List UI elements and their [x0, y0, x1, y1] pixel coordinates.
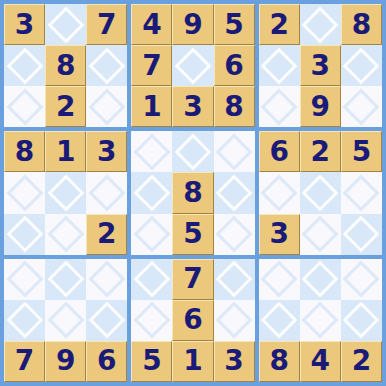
cell-value: 2	[311, 138, 330, 166]
cell-r9c1[interactable]: 7	[4, 341, 45, 382]
cell-r8c9[interactable]	[341, 300, 382, 341]
cell-r7c6[interactable]	[214, 259, 255, 300]
diamond-icon	[175, 47, 212, 84]
cell-value: 2	[97, 220, 116, 248]
cell-r6c8[interactable]	[300, 214, 341, 255]
cell-value: 2	[352, 347, 371, 375]
cell-value: 9	[311, 93, 330, 121]
cell-r2c8[interactable]: 3	[300, 45, 341, 86]
cell-r5c6[interactable]	[214, 172, 255, 213]
diamond-icon	[133, 216, 170, 253]
diamond-icon	[216, 216, 253, 253]
cell-r6c4[interactable]	[131, 214, 172, 255]
cell-value: 1	[56, 138, 75, 166]
diamond-icon	[302, 302, 339, 339]
cell-r8c8[interactable]	[300, 300, 341, 341]
cell-r6c2[interactable]	[45, 214, 86, 255]
cell-r1c9[interactable]: 8	[341, 4, 382, 45]
sudoku-board: 3749528876321389813625825376796513842	[0, 0, 386, 386]
cell-value: 1	[183, 347, 202, 375]
cell-r3c2[interactable]: 2	[45, 86, 86, 127]
cell-value: 7	[183, 265, 202, 293]
cell-value: 8	[56, 52, 75, 80]
diamond-icon	[302, 216, 339, 253]
diamond-icon	[302, 261, 339, 298]
cell-value: 9	[56, 347, 75, 375]
cell-r4c6[interactable]	[214, 131, 255, 172]
cell-value: 1	[142, 93, 161, 121]
diamond-icon	[47, 175, 84, 212]
cell-r2c2[interactable]: 8	[45, 45, 86, 86]
diamond-icon	[302, 175, 339, 212]
diamond-icon	[88, 302, 125, 339]
cell-r2c4[interactable]: 7	[131, 45, 172, 86]
cell-r4c1[interactable]: 8	[4, 131, 45, 172]
diamond-icon	[88, 175, 125, 212]
diamond-icon	[47, 302, 84, 339]
cell-r3c1[interactable]	[4, 86, 45, 127]
cell-r2c7[interactable]	[259, 45, 300, 86]
diamond-icon	[216, 133, 253, 170]
diamond-icon	[216, 261, 253, 298]
cell-value: 8	[352, 11, 371, 39]
diamond-icon	[343, 261, 380, 298]
diamond-icon	[88, 261, 125, 298]
diamond-icon	[6, 175, 43, 212]
cell-value: 6	[224, 52, 243, 80]
cell-r7c1[interactable]	[4, 259, 45, 300]
cell-r8c1[interactable]	[4, 300, 45, 341]
cell-r9c7[interactable]: 8	[259, 341, 300, 382]
cell-value: 3	[15, 11, 34, 39]
cell-value: 5	[183, 220, 202, 248]
cell-r9c3[interactable]: 6	[86, 341, 127, 382]
cell-r4c3[interactable]: 3	[86, 131, 127, 172]
cell-r2c1[interactable]	[4, 45, 45, 86]
cell-r2c5[interactable]	[172, 45, 213, 86]
cell-value: 6	[97, 347, 116, 375]
diamond-icon	[133, 175, 170, 212]
diamond-icon	[261, 261, 298, 298]
diamond-icon	[216, 175, 253, 212]
cell-r2c9[interactable]	[341, 45, 382, 86]
cell-r5c9[interactable]	[341, 172, 382, 213]
cell-r1c1[interactable]: 3	[4, 4, 45, 45]
cell-r1c8[interactable]	[300, 4, 341, 45]
cell-value: 2	[56, 93, 75, 121]
cell-r1c3[interactable]: 7	[86, 4, 127, 45]
cell-value: 3	[97, 138, 116, 166]
cell-r1c5[interactable]: 9	[172, 4, 213, 45]
diamond-icon	[6, 88, 43, 125]
cell-value: 5	[352, 138, 371, 166]
diamond-icon	[47, 6, 84, 43]
cell-value: 4	[142, 11, 161, 39]
cell-value: 8	[15, 138, 34, 166]
cell-r3c9[interactable]	[341, 86, 382, 127]
cell-r9c6[interactable]: 3	[214, 341, 255, 382]
cell-r8c5[interactable]: 6	[172, 300, 213, 341]
cell-r5c2[interactable]	[45, 172, 86, 213]
cell-r4c9[interactable]: 5	[341, 131, 382, 172]
cell-value: 5	[224, 11, 243, 39]
diamond-icon	[6, 47, 43, 84]
cell-r9c4[interactable]: 5	[131, 341, 172, 382]
diamond-icon	[343, 216, 380, 253]
cell-r9c2[interactable]: 9	[45, 341, 86, 382]
cell-r1c6[interactable]: 5	[214, 4, 255, 45]
cell-value: 8	[224, 93, 243, 121]
cell-r7c5[interactable]: 7	[172, 259, 213, 300]
cell-r1c2[interactable]	[45, 4, 86, 45]
diamond-icon	[47, 261, 84, 298]
cell-r7c2[interactable]	[45, 259, 86, 300]
cell-r3c4[interactable]: 1	[131, 86, 172, 127]
cell-r2c6[interactable]: 6	[214, 45, 255, 86]
diamond-icon	[175, 133, 212, 170]
cell-value: 3	[311, 52, 330, 80]
cell-r8c4[interactable]	[131, 300, 172, 341]
cell-r5c4[interactable]	[131, 172, 172, 213]
diamond-icon	[343, 47, 380, 84]
diamond-icon	[6, 302, 43, 339]
cell-r8c2[interactable]	[45, 300, 86, 341]
cell-value: 7	[15, 347, 34, 375]
diamond-icon	[343, 302, 380, 339]
cell-r8c7[interactable]	[259, 300, 300, 341]
cell-r3c3[interactable]	[86, 86, 127, 127]
cell-value: 4	[311, 347, 330, 375]
diamond-icon	[133, 261, 170, 298]
cell-r7c9[interactable]	[341, 259, 382, 300]
cell-r8c3[interactable]	[86, 300, 127, 341]
cell-value: 6	[183, 306, 202, 334]
cell-value: 3	[269, 220, 288, 248]
diamond-icon	[47, 216, 84, 253]
cell-value: 9	[183, 11, 202, 39]
cell-r3c6[interactable]: 8	[214, 86, 255, 127]
cell-r5c7[interactable]	[259, 172, 300, 213]
diamond-icon	[6, 216, 43, 253]
cell-r1c7[interactable]: 2	[259, 4, 300, 45]
diamond-icon	[343, 175, 380, 212]
cell-value: 2	[269, 11, 288, 39]
cell-r6c9[interactable]	[341, 214, 382, 255]
cell-r2c3[interactable]	[86, 45, 127, 86]
cell-r5c5[interactable]: 8	[172, 172, 213, 213]
cell-r9c5[interactable]: 1	[172, 341, 213, 382]
cell-r7c8[interactable]	[300, 259, 341, 300]
cell-value: 8	[269, 347, 288, 375]
cell-r5c1[interactable]	[4, 172, 45, 213]
cell-r5c3[interactable]	[86, 172, 127, 213]
cell-r7c3[interactable]	[86, 259, 127, 300]
cell-value: 3	[224, 347, 243, 375]
cell-r8c6[interactable]	[214, 300, 255, 341]
cell-r6c5[interactable]: 5	[172, 214, 213, 255]
cell-r6c7[interactable]: 3	[259, 214, 300, 255]
diamond-icon	[6, 261, 43, 298]
diamond-icon	[261, 302, 298, 339]
cell-r4c4[interactable]	[131, 131, 172, 172]
cell-r3c5[interactable]: 3	[172, 86, 213, 127]
cell-r4c7[interactable]: 6	[259, 131, 300, 172]
diamond-icon	[133, 133, 170, 170]
cell-r3c8[interactable]: 9	[300, 86, 341, 127]
diamond-icon	[261, 47, 298, 84]
diamond-icon	[88, 47, 125, 84]
diamond-icon	[261, 88, 298, 125]
cell-r4c5[interactable]	[172, 131, 213, 172]
cell-value: 7	[142, 52, 161, 80]
cell-value: 3	[183, 93, 202, 121]
cell-value: 8	[183, 179, 202, 207]
cell-r1c4[interactable]: 4	[131, 4, 172, 45]
diamond-icon	[133, 302, 170, 339]
cell-r7c7[interactable]	[259, 259, 300, 300]
cell-value: 6	[269, 138, 288, 166]
diamond-icon	[261, 175, 298, 212]
diamond-icon	[343, 88, 380, 125]
diamond-icon	[302, 6, 339, 43]
cell-r6c1[interactable]	[4, 214, 45, 255]
cell-r3c7[interactable]	[259, 86, 300, 127]
cell-r4c8[interactable]: 2	[300, 131, 341, 172]
cell-r6c3[interactable]: 2	[86, 214, 127, 255]
cell-value: 5	[142, 347, 161, 375]
cell-r7c4[interactable]	[131, 259, 172, 300]
cell-r6c6[interactable]	[214, 214, 255, 255]
cell-r4c2[interactable]: 1	[45, 131, 86, 172]
cell-r9c9[interactable]: 2	[341, 341, 382, 382]
cell-r5c8[interactable]	[300, 172, 341, 213]
cell-r9c8[interactable]: 4	[300, 341, 341, 382]
cell-value: 7	[97, 11, 116, 39]
diamond-icon	[88, 88, 125, 125]
diamond-icon	[216, 302, 253, 339]
